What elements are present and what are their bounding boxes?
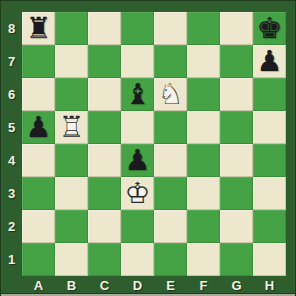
rank-label-3: 3 xyxy=(1,177,22,210)
chess-board-widget: ♜♚♟♝♞♘♟♜♖♟♚♔ 87654321 ABCDEFGH xyxy=(0,0,296,296)
square-h8[interactable]: ♚ xyxy=(253,12,286,45)
piece-black-rook[interactable]: ♜ xyxy=(22,12,55,45)
square-e3[interactable] xyxy=(154,177,187,210)
square-e1[interactable] xyxy=(154,243,187,276)
square-f3[interactable] xyxy=(187,177,220,210)
square-b8[interactable] xyxy=(55,12,88,45)
black-piece-glyph: ♟ xyxy=(253,45,286,78)
square-a8[interactable]: ♜ xyxy=(22,12,55,45)
file-label-f: F xyxy=(187,275,220,295)
square-c8[interactable] xyxy=(88,12,121,45)
rank-label-8: 8 xyxy=(1,12,22,45)
square-h4[interactable] xyxy=(253,144,286,177)
square-a3[interactable] xyxy=(22,177,55,210)
square-f7[interactable] xyxy=(187,45,220,78)
white-piece-outline-glyph: ♘ xyxy=(154,78,187,111)
rank-label-2: 2 xyxy=(1,210,22,243)
square-c5[interactable] xyxy=(88,111,121,144)
chess-board: ♜♚♟♝♞♘♟♜♖♟♚♔ xyxy=(22,12,286,276)
square-f5[interactable] xyxy=(187,111,220,144)
square-c3[interactable] xyxy=(88,177,121,210)
white-piece-outline-glyph: ♖ xyxy=(55,111,88,144)
black-piece-glyph: ♟ xyxy=(22,111,55,144)
piece-black-king[interactable]: ♚ xyxy=(253,12,286,45)
piece-black-pawn[interactable]: ♟ xyxy=(22,111,55,144)
square-b4[interactable] xyxy=(55,144,88,177)
square-a2[interactable] xyxy=(22,210,55,243)
square-f4[interactable] xyxy=(187,144,220,177)
square-c1[interactable] xyxy=(88,243,121,276)
piece-white-rook[interactable]: ♜♖ xyxy=(55,111,88,144)
square-e7[interactable] xyxy=(154,45,187,78)
piece-black-pawn[interactable]: ♟ xyxy=(121,144,154,177)
square-a7[interactable] xyxy=(22,45,55,78)
white-piece-outline-glyph: ♔ xyxy=(121,177,154,210)
file-label-b: B xyxy=(55,275,88,295)
square-c6[interactable] xyxy=(88,78,121,111)
black-piece-glyph: ♝ xyxy=(121,78,154,111)
square-e6[interactable]: ♞♘ xyxy=(154,78,187,111)
rank-label-6: 6 xyxy=(1,78,22,111)
square-g1[interactable] xyxy=(220,243,253,276)
black-piece-glyph: ♟ xyxy=(121,144,154,177)
square-f1[interactable] xyxy=(187,243,220,276)
square-d4[interactable]: ♟ xyxy=(121,144,154,177)
square-c4[interactable] xyxy=(88,144,121,177)
square-d5[interactable] xyxy=(121,111,154,144)
square-d8[interactable] xyxy=(121,12,154,45)
square-d6[interactable]: ♝ xyxy=(121,78,154,111)
square-d2[interactable] xyxy=(121,210,154,243)
piece-black-pawn[interactable]: ♟ xyxy=(253,45,286,78)
square-h3[interactable] xyxy=(253,177,286,210)
square-h5[interactable] xyxy=(253,111,286,144)
file-label-d: D xyxy=(121,275,154,295)
square-h1[interactable] xyxy=(253,243,286,276)
square-b6[interactable] xyxy=(55,78,88,111)
square-c7[interactable] xyxy=(88,45,121,78)
square-a5[interactable]: ♟ xyxy=(22,111,55,144)
square-a6[interactable] xyxy=(22,78,55,111)
piece-white-knight[interactable]: ♞♘ xyxy=(154,78,187,111)
square-g3[interactable] xyxy=(220,177,253,210)
square-e8[interactable] xyxy=(154,12,187,45)
file-label-g: G xyxy=(220,275,253,295)
file-label-e: E xyxy=(154,275,187,295)
square-d3[interactable]: ♚♔ xyxy=(121,177,154,210)
square-h6[interactable] xyxy=(253,78,286,111)
square-g4[interactable] xyxy=(220,144,253,177)
square-e5[interactable] xyxy=(154,111,187,144)
square-a1[interactable] xyxy=(22,243,55,276)
rank-label-7: 7 xyxy=(1,45,22,78)
square-h2[interactable] xyxy=(253,210,286,243)
rank-label-1: 1 xyxy=(1,243,22,276)
rank-label-4: 4 xyxy=(1,144,22,177)
file-label-h: H xyxy=(253,275,286,295)
square-b7[interactable] xyxy=(55,45,88,78)
square-g6[interactable] xyxy=(220,78,253,111)
square-e4[interactable] xyxy=(154,144,187,177)
piece-black-bishop[interactable]: ♝ xyxy=(121,78,154,111)
rank-label-5: 5 xyxy=(1,111,22,144)
square-b1[interactable] xyxy=(55,243,88,276)
square-f8[interactable] xyxy=(187,12,220,45)
square-g7[interactable] xyxy=(220,45,253,78)
square-f2[interactable] xyxy=(187,210,220,243)
square-a4[interactable] xyxy=(22,144,55,177)
square-d1[interactable] xyxy=(121,243,154,276)
square-b3[interactable] xyxy=(55,177,88,210)
square-b2[interactable] xyxy=(55,210,88,243)
square-g2[interactable] xyxy=(220,210,253,243)
file-label-c: C xyxy=(88,275,121,295)
piece-white-king[interactable]: ♚♔ xyxy=(121,177,154,210)
square-g5[interactable] xyxy=(220,111,253,144)
square-c2[interactable] xyxy=(88,210,121,243)
square-e2[interactable] xyxy=(154,210,187,243)
square-g8[interactable] xyxy=(220,12,253,45)
black-piece-glyph: ♜ xyxy=(22,12,55,45)
square-b5[interactable]: ♜♖ xyxy=(55,111,88,144)
file-label-a: A xyxy=(22,275,55,295)
square-h7[interactable]: ♟ xyxy=(253,45,286,78)
square-f6[interactable] xyxy=(187,78,220,111)
square-d7[interactable] xyxy=(121,45,154,78)
black-piece-glyph: ♚ xyxy=(253,12,286,45)
